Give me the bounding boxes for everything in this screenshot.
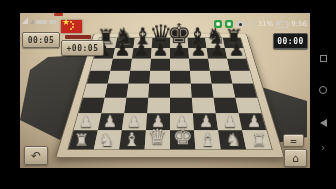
flag-star: ★ — [62, 18, 70, 27]
square-f4[interactable] — [191, 84, 214, 98]
status-bar-left — [22, 15, 56, 24]
screenshot-canvas: ♜♞♝♛♚♝♞♜♟♟♟♟♟♟♟♟♟♟♟♟♟♟♟♟♜♞♝♛♚♝♞♜ 31% 9:5… — [0, 0, 336, 189]
piece-white-rook[interactable]: ♜ — [74, 132, 89, 149]
square-e7[interactable]: ♟ — [170, 48, 189, 59]
square-f3[interactable] — [192, 98, 216, 114]
piece-black-queen[interactable]: ♛ — [149, 21, 173, 47]
status-text-blur — [49, 20, 56, 24]
square-f1[interactable]: ♝ — [194, 130, 221, 149]
piece-black-pawn[interactable]: ♟ — [228, 40, 245, 59]
home-button[interactable]: ⌂ — [284, 149, 307, 167]
square-g7[interactable]: ♟ — [207, 48, 228, 59]
piece-white-bishop[interactable]: ♝ — [124, 130, 141, 149]
piece-white-pawn[interactable]: ♟ — [151, 114, 165, 130]
square-c8[interactable]: ♝ — [133, 38, 152, 48]
square-e1[interactable]: ♚ — [170, 130, 195, 149]
square-c7[interactable]: ♟ — [132, 48, 152, 59]
square-g5[interactable] — [210, 71, 233, 84]
piece-white-pawn[interactable]: ♟ — [199, 114, 213, 130]
piece-black-pawn[interactable]: ♟ — [190, 40, 207, 59]
square-b6[interactable] — [110, 59, 132, 71]
piece-white-bishop[interactable]: ♝ — [200, 130, 217, 149]
piece-black-pawn[interactable]: ♟ — [152, 40, 169, 59]
piece-white-king[interactable]: ♚ — [173, 127, 193, 149]
square-d4[interactable] — [148, 84, 170, 98]
android-home-button[interactable] — [310, 86, 336, 94]
piece-black-bishop[interactable]: ♝ — [187, 24, 208, 47]
square-h3[interactable] — [235, 98, 261, 114]
nav-expand-button[interactable]: › — [310, 143, 336, 153]
notification-app-icon — [225, 20, 233, 28]
square-g3[interactable] — [214, 98, 239, 114]
square-d8[interactable]: ♛ — [152, 38, 170, 48]
square-f5[interactable] — [190, 71, 212, 84]
piece-white-pawn[interactable]: ♟ — [127, 114, 141, 130]
square-g2[interactable]: ♟ — [216, 113, 242, 130]
square-h6[interactable] — [227, 59, 249, 71]
piece-white-pawn[interactable]: ♟ — [247, 114, 261, 130]
square-h8[interactable]: ♜ — [223, 38, 243, 48]
square-b4[interactable] — [105, 84, 129, 98]
square-d7[interactable]: ♟ — [151, 48, 170, 59]
square-f7[interactable]: ♟ — [188, 48, 208, 59]
square-b1[interactable]: ♞ — [94, 130, 122, 149]
piece-white-knight[interactable]: ♞ — [99, 131, 115, 149]
square-a3[interactable] — [79, 98, 105, 114]
square-b7[interactable]: ♟ — [113, 48, 134, 59]
battery-icon — [276, 21, 288, 28]
square-c2[interactable]: ♟ — [122, 113, 147, 130]
game-clock: 00:00 — [273, 33, 308, 49]
square-a5[interactable] — [87, 71, 110, 84]
square-e4[interactable] — [170, 84, 192, 98]
square-d3[interactable] — [147, 98, 170, 114]
square-b2[interactable]: ♟ — [98, 113, 124, 130]
undo-button[interactable]: ↶ — [24, 146, 48, 165]
circle-icon — [319, 86, 327, 94]
opponent-clock: +00:05 — [61, 40, 104, 56]
square-h4[interactable] — [232, 84, 257, 98]
piece-black-pawn[interactable]: ♟ — [114, 40, 131, 59]
china-flag-icon: ★ — [61, 20, 82, 33]
piece-black-king[interactable]: ♚ — [167, 20, 192, 47]
square-g8[interactable]: ♞ — [205, 38, 225, 48]
piece-black-knight[interactable]: ♞ — [114, 25, 134, 47]
square-e3[interactable] — [170, 98, 193, 114]
square-a6[interactable] — [90, 59, 112, 71]
square-e2[interactable]: ♟ — [170, 113, 194, 130]
signal-icon-small — [30, 19, 34, 24]
square-d6[interactable] — [150, 59, 170, 71]
square-g1[interactable]: ♞ — [218, 130, 246, 149]
piece-black-pawn[interactable]: ♟ — [133, 40, 150, 59]
piece-white-queen[interactable]: ♛ — [148, 127, 167, 148]
piece-white-knight[interactable]: ♞ — [225, 131, 241, 149]
square-h5[interactable] — [230, 71, 253, 84]
back-button[interactable] — [310, 119, 336, 127]
battery-percent-text: 31% — [258, 21, 274, 28]
recents-button[interactable] — [310, 55, 336, 62]
square-h7[interactable]: ♟ — [225, 48, 246, 59]
square-h1[interactable]: ♜ — [242, 130, 271, 149]
status-clock-text: 9:56 — [291, 21, 307, 28]
piece-black-pawn[interactable]: ♟ — [171, 40, 188, 59]
piece-white-pawn[interactable]: ♟ — [223, 114, 237, 130]
square-d2[interactable]: ♟ — [146, 113, 170, 130]
square-a1[interactable]: ♜ — [68, 130, 97, 149]
square-f8[interactable]: ♝ — [188, 38, 207, 48]
square-e6[interactable] — [170, 59, 190, 71]
piece-black-bishop[interactable]: ♝ — [132, 24, 153, 47]
square-h2[interactable]: ♟ — [239, 113, 267, 130]
alarm-icon — [248, 21, 255, 28]
flag-mini-stars — [70, 21, 72, 23]
piece-black-knight[interactable]: ♞ — [206, 25, 226, 47]
square-e5[interactable] — [170, 71, 191, 84]
square-c1[interactable]: ♝ — [119, 130, 146, 149]
square-a4[interactable] — [83, 84, 108, 98]
notification-app-icon — [214, 20, 222, 28]
game-viewport: ♜♞♝♛♚♝♞♜♟♟♟♟♟♟♟♟♟♟♟♟♟♟♟♟♜♞♝♛♚♝♞♜ 31% 9:5… — [20, 13, 310, 168]
recorder-red-text — [54, 13, 63, 16]
player-clock: 00:05 — [22, 32, 60, 48]
square-e8[interactable]: ♚ — [170, 38, 188, 48]
square-f2[interactable]: ♟ — [193, 113, 218, 130]
piece-black-pawn[interactable]: ♟ — [209, 40, 226, 59]
piece-black-rook[interactable]: ♜ — [224, 27, 243, 48]
piece-white-rook[interactable]: ♜ — [251, 132, 266, 149]
square-c5[interactable] — [128, 71, 150, 84]
signal-icon — [22, 17, 28, 24]
android-nav-bar: › — [310, 0, 336, 189]
piece-white-pawn[interactable]: ♟ — [175, 114, 189, 130]
square-c4[interactable] — [126, 84, 149, 98]
square-c3[interactable] — [124, 98, 148, 114]
square-d1[interactable]: ♛ — [145, 130, 170, 149]
menu-button[interactable]: = — [283, 134, 304, 147]
opponent-name-text — [65, 35, 91, 39]
piece-white-pawn[interactable]: ♟ — [103, 114, 117, 130]
status-bar-right: 31% 9:56 — [214, 20, 307, 28]
square-f6[interactable] — [189, 59, 210, 71]
piece-white-pawn[interactable]: ♟ — [79, 114, 93, 130]
square-g4[interactable] — [212, 84, 236, 98]
square-b8[interactable]: ♞ — [115, 38, 135, 48]
eye-icon — [236, 21, 245, 27]
square-b5[interactable] — [108, 71, 131, 84]
status-text-blur — [36, 20, 47, 24]
square-d5[interactable] — [149, 71, 170, 84]
square-g6[interactable] — [208, 59, 230, 71]
triangle-left-icon — [320, 119, 327, 127]
square-a2[interactable]: ♟ — [74, 113, 102, 130]
square-icon — [320, 55, 327, 62]
square-c6[interactable] — [130, 59, 151, 71]
square-b3[interactable] — [101, 98, 126, 114]
